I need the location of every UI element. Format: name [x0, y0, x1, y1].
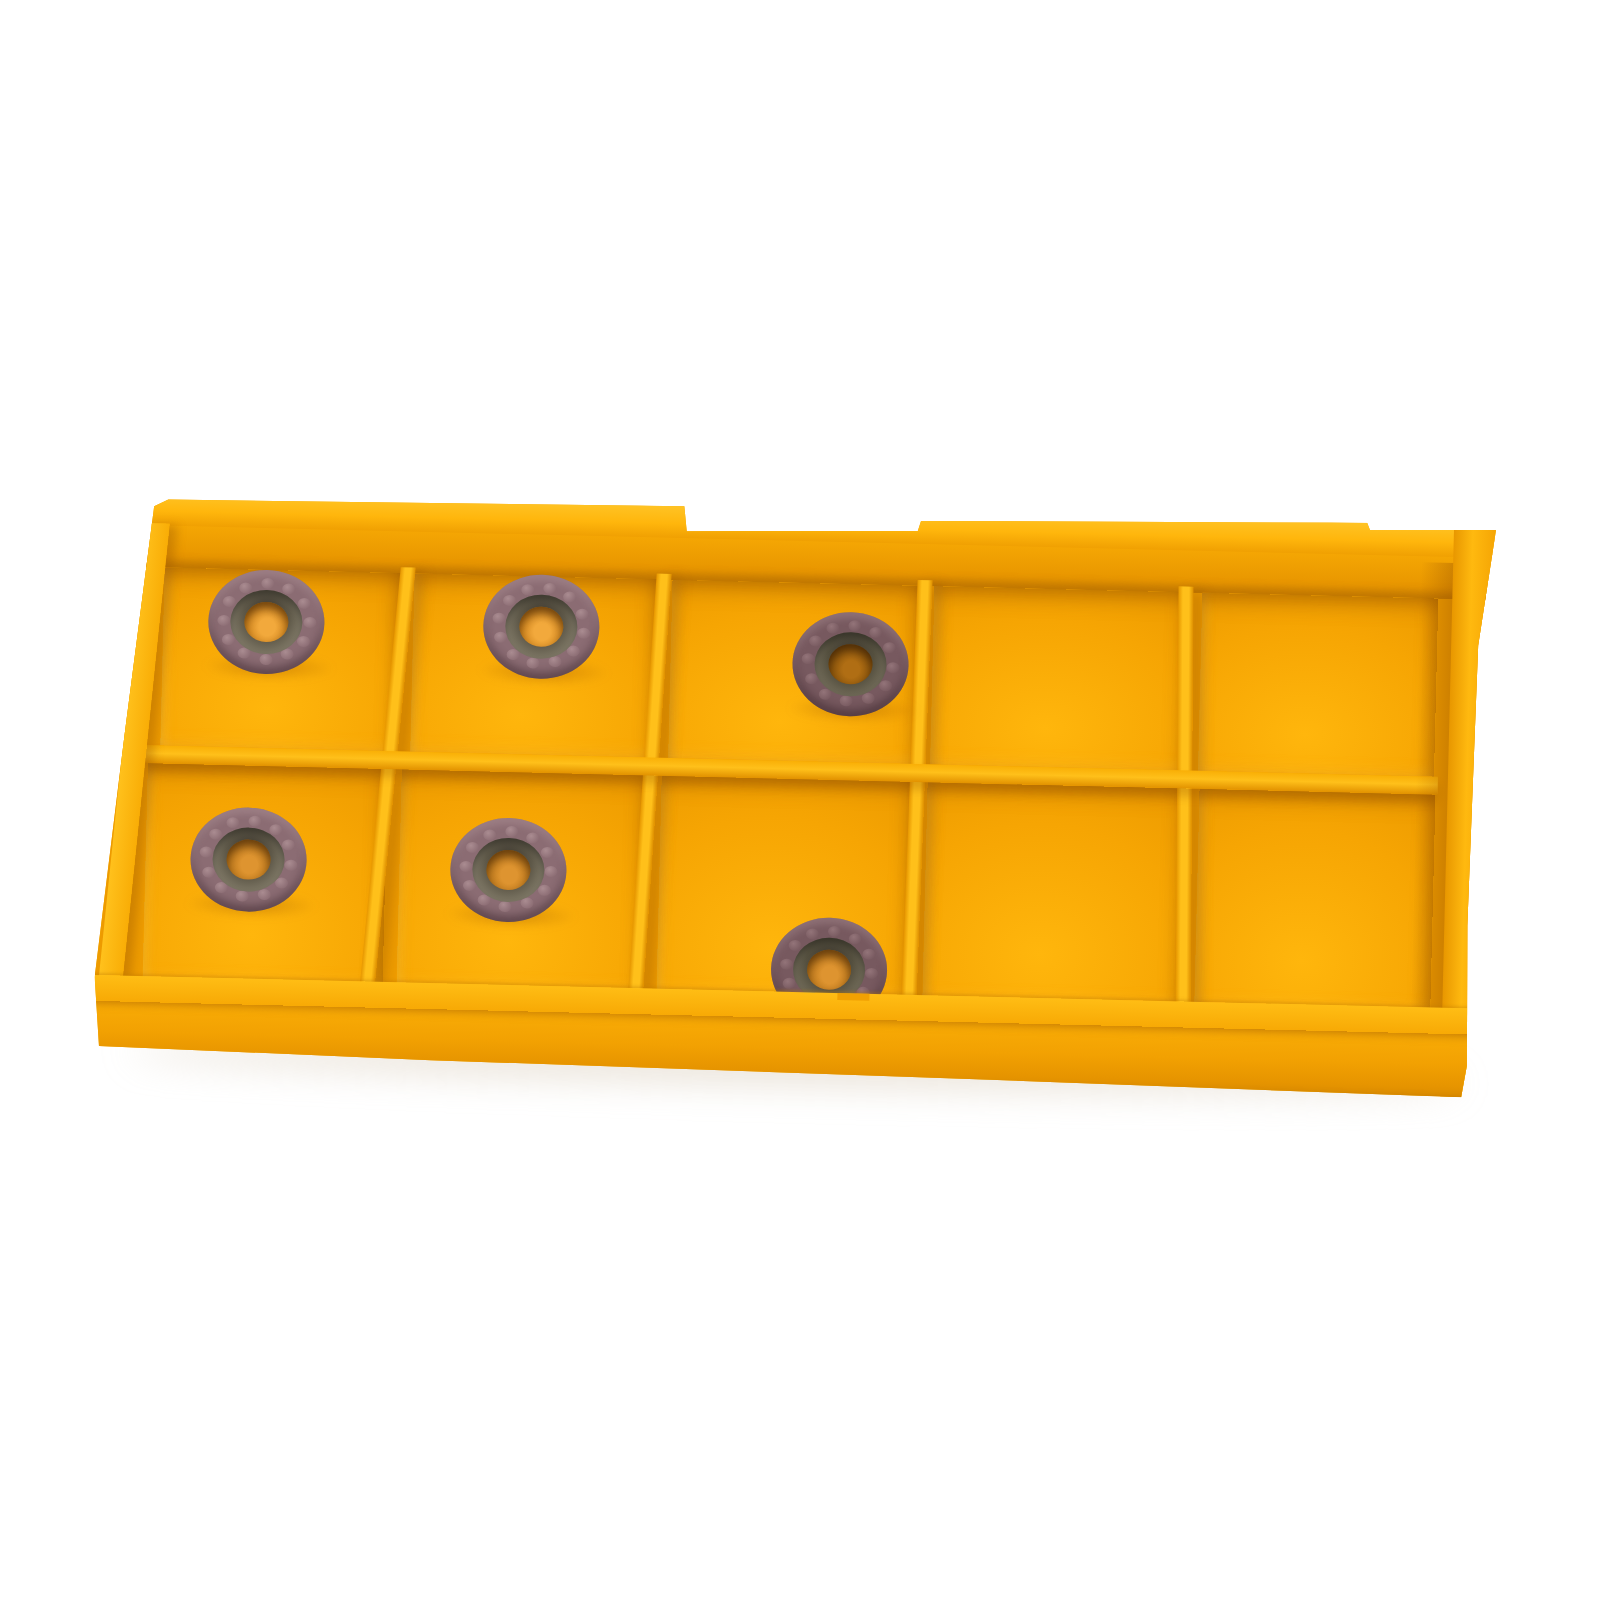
insert-bump [806, 928, 819, 939]
insert-bump [505, 825, 518, 836]
insert-bump [521, 584, 534, 595]
insert-bump [828, 926, 841, 937]
milling-insert-4 [189, 806, 308, 913]
product-photo-stage [0, 0, 1600, 1600]
insert-bump [780, 958, 793, 969]
insert-bump [862, 949, 875, 960]
box-front-rim-notch [837, 993, 869, 1001]
insert-box-body [90, 472, 1496, 1106]
insert-box [90, 472, 1496, 1106]
insert-bump [575, 608, 588, 619]
insert-bump [284, 859, 297, 870]
milling-insert-5 [449, 817, 568, 924]
insert-bump [483, 829, 496, 840]
insert-bump [235, 890, 248, 901]
insert-bump [259, 653, 272, 664]
insert-bump [217, 614, 230, 625]
insert-bump [577, 628, 590, 639]
milling-insert-1 [207, 569, 326, 676]
insert-bump [526, 832, 539, 843]
insert-bump [459, 860, 472, 871]
insert-bump [297, 635, 310, 646]
insert-bump [848, 933, 861, 944]
milling-insert-3 [791, 611, 910, 718]
insert-bump [261, 577, 274, 588]
insert-bump [801, 653, 814, 664]
insert-bump [282, 583, 295, 594]
compartment-cell-r2c5 [1194, 789, 1435, 1012]
milling-insert-2 [482, 573, 601, 680]
compartment-cell-r1c5 [1198, 593, 1438, 777]
insert-bump [297, 597, 310, 608]
insert-bump [239, 582, 252, 593]
compartment-cell-r1c4 [930, 586, 1188, 770]
insert-bump [269, 824, 282, 835]
insert-bump [303, 616, 316, 627]
divider-wall-vertical-4 [1176, 586, 1194, 1006]
compartment-cell-r2c4 [922, 782, 1185, 1005]
insert-bump [849, 620, 862, 631]
insert-bump [526, 657, 539, 668]
